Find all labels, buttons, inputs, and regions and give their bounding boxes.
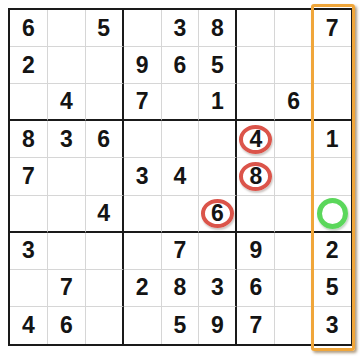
cell-r3c9[interactable] bbox=[313, 84, 351, 121]
cell-r9c8[interactable] bbox=[275, 307, 313, 344]
cell-r9c3[interactable] bbox=[86, 307, 124, 344]
cell-r3c6[interactable]: 1 bbox=[199, 84, 237, 121]
cell-r3c7[interactable] bbox=[237, 84, 275, 121]
cell-r1c8[interactable] bbox=[275, 10, 313, 47]
digit: 3 bbox=[22, 237, 35, 264]
cell-r7c7[interactable]: 9 bbox=[237, 233, 275, 270]
cell-r3c4[interactable]: 7 bbox=[124, 84, 162, 121]
cell-r2c3[interactable] bbox=[86, 47, 124, 84]
cell-r7c9[interactable]: 2 bbox=[313, 233, 351, 270]
cell-r9c9[interactable]: 3 bbox=[313, 307, 351, 344]
cell-r8c9[interactable]: 5 bbox=[313, 270, 351, 307]
cell-r1c2[interactable] bbox=[48, 10, 86, 47]
cell-r1c7[interactable] bbox=[237, 10, 275, 47]
digit: 6 bbox=[211, 200, 224, 227]
digit: 6 bbox=[60, 312, 73, 339]
sudoku-app: 6538729654716836417348463792728365465973 bbox=[0, 0, 360, 360]
cell-r8c6[interactable]: 3 bbox=[199, 270, 237, 307]
green-circle-annotation bbox=[317, 198, 348, 229]
digit: 7 bbox=[249, 312, 262, 339]
cell-r1c9[interactable]: 7 bbox=[313, 10, 351, 47]
digit: 6 bbox=[97, 126, 110, 153]
cell-r7c6[interactable] bbox=[199, 233, 237, 270]
cell-r2c1[interactable]: 2 bbox=[10, 47, 48, 84]
digit: 5 bbox=[97, 15, 110, 42]
cell-r9c7[interactable]: 7 bbox=[237, 307, 275, 344]
cell-r1c1[interactable]: 6 bbox=[10, 10, 48, 47]
digit: 6 bbox=[22, 15, 35, 42]
cell-r7c2[interactable] bbox=[48, 233, 86, 270]
cell-r8c1[interactable] bbox=[10, 270, 48, 307]
digit: 2 bbox=[326, 237, 339, 264]
cell-r9c4[interactable] bbox=[124, 307, 162, 344]
cell-r4c6[interactable] bbox=[199, 121, 237, 158]
cell-r6c1[interactable] bbox=[10, 196, 48, 233]
cell-r7c1[interactable]: 3 bbox=[10, 233, 48, 270]
digit: 5 bbox=[211, 52, 224, 79]
digit: 2 bbox=[22, 52, 35, 79]
digit: 1 bbox=[326, 126, 339, 153]
cell-r2c8[interactable] bbox=[275, 47, 313, 84]
cell-r5c2[interactable] bbox=[48, 158, 86, 195]
cell-r9c2[interactable]: 6 bbox=[48, 307, 86, 344]
cell-r3c3[interactable] bbox=[86, 84, 124, 121]
cell-r3c5[interactable] bbox=[162, 84, 200, 121]
cell-r2c7[interactable] bbox=[237, 47, 275, 84]
cell-r6c7[interactable] bbox=[237, 196, 275, 233]
cell-r6c6[interactable]: 6 bbox=[199, 196, 237, 233]
cell-r4c2[interactable]: 3 bbox=[48, 121, 86, 158]
cell-r5c4[interactable]: 3 bbox=[124, 158, 162, 195]
digit: 4 bbox=[60, 88, 73, 115]
cell-r6c3[interactable]: 4 bbox=[86, 196, 124, 233]
cell-r1c6[interactable]: 8 bbox=[199, 10, 237, 47]
digit: 7 bbox=[174, 237, 187, 264]
cell-r5c8[interactable] bbox=[275, 158, 313, 195]
cell-r2c9[interactable] bbox=[313, 47, 351, 84]
digit: 5 bbox=[326, 274, 339, 301]
cell-r5c6[interactable] bbox=[199, 158, 237, 195]
cell-r9c1[interactable]: 4 bbox=[10, 307, 48, 344]
digit: 3 bbox=[211, 274, 224, 301]
cell-r6c4[interactable] bbox=[124, 196, 162, 233]
digit: 8 bbox=[249, 163, 262, 190]
cell-r6c5[interactable] bbox=[162, 196, 200, 233]
digit: 4 bbox=[22, 312, 35, 339]
cell-r2c5[interactable]: 6 bbox=[162, 47, 200, 84]
digit: 1 bbox=[211, 88, 224, 115]
cell-r2c4[interactable]: 9 bbox=[124, 47, 162, 84]
digit: 3 bbox=[326, 312, 339, 339]
cell-r4c3[interactable]: 6 bbox=[86, 121, 124, 158]
digit: 7 bbox=[22, 163, 35, 190]
cell-r6c9[interactable] bbox=[313, 196, 351, 233]
cell-r5c9[interactable] bbox=[313, 158, 351, 195]
cell-r8c8[interactable] bbox=[275, 270, 313, 307]
cell-r6c8[interactable] bbox=[275, 196, 313, 233]
cell-r4c5[interactable] bbox=[162, 121, 200, 158]
cell-r8c3[interactable] bbox=[86, 270, 124, 307]
cell-r8c5[interactable]: 8 bbox=[162, 270, 200, 307]
cell-r6c2[interactable] bbox=[48, 196, 86, 233]
digit: 9 bbox=[211, 312, 224, 339]
digit: 3 bbox=[60, 126, 73, 153]
cell-r8c4[interactable]: 2 bbox=[124, 270, 162, 307]
cell-r5c5[interactable]: 4 bbox=[162, 158, 200, 195]
cell-r7c3[interactable] bbox=[86, 233, 124, 270]
cell-r4c4[interactable] bbox=[124, 121, 162, 158]
cell-r3c8[interactable]: 6 bbox=[275, 84, 313, 121]
digit: 9 bbox=[136, 52, 149, 79]
cell-r3c1[interactable] bbox=[10, 84, 48, 121]
cell-r4c8[interactable] bbox=[275, 121, 313, 158]
cell-r4c1[interactable]: 8 bbox=[10, 121, 48, 158]
cell-r7c8[interactable] bbox=[275, 233, 313, 270]
cell-r5c1[interactable]: 7 bbox=[10, 158, 48, 195]
cell-r3c2[interactable]: 4 bbox=[48, 84, 86, 121]
digit: 2 bbox=[136, 274, 149, 301]
cell-r7c5[interactable]: 7 bbox=[162, 233, 200, 270]
digit: 8 bbox=[174, 274, 187, 301]
digit: 7 bbox=[60, 274, 73, 301]
digit: 4 bbox=[249, 126, 262, 153]
cell-r8c7[interactable]: 6 bbox=[237, 270, 275, 307]
digit: 9 bbox=[249, 237, 262, 264]
digit: 6 bbox=[249, 274, 262, 301]
digit: 8 bbox=[22, 126, 35, 153]
cell-r4c7[interactable]: 4 bbox=[237, 121, 275, 158]
digit: 6 bbox=[174, 52, 187, 79]
digit: 8 bbox=[211, 15, 224, 42]
cell-r9c5[interactable]: 5 bbox=[162, 307, 200, 344]
digit: 4 bbox=[174, 163, 187, 190]
cell-r9c6[interactable]: 9 bbox=[199, 307, 237, 344]
sudoku-board: 6538729654716836417348463792728365465973 bbox=[8, 8, 353, 346]
digit: 6 bbox=[287, 88, 300, 115]
cell-r1c3[interactable]: 5 bbox=[86, 10, 124, 47]
digit: 7 bbox=[326, 15, 339, 42]
digit: 4 bbox=[97, 200, 110, 227]
digit: 3 bbox=[174, 15, 187, 42]
cell-r1c5[interactable]: 3 bbox=[162, 10, 200, 47]
cell-r2c2[interactable] bbox=[48, 47, 86, 84]
cell-r1c4[interactable] bbox=[124, 10, 162, 47]
digit: 3 bbox=[136, 163, 149, 190]
digit: 7 bbox=[136, 88, 149, 115]
cell-r4c9[interactable]: 1 bbox=[313, 121, 351, 158]
cell-r7c4[interactable] bbox=[124, 233, 162, 270]
cell-r2c6[interactable]: 5 bbox=[199, 47, 237, 84]
cell-r8c2[interactable]: 7 bbox=[48, 270, 86, 307]
cell-r5c7[interactable]: 8 bbox=[237, 158, 275, 195]
cell-r5c3[interactable] bbox=[86, 158, 124, 195]
digit: 5 bbox=[174, 312, 187, 339]
